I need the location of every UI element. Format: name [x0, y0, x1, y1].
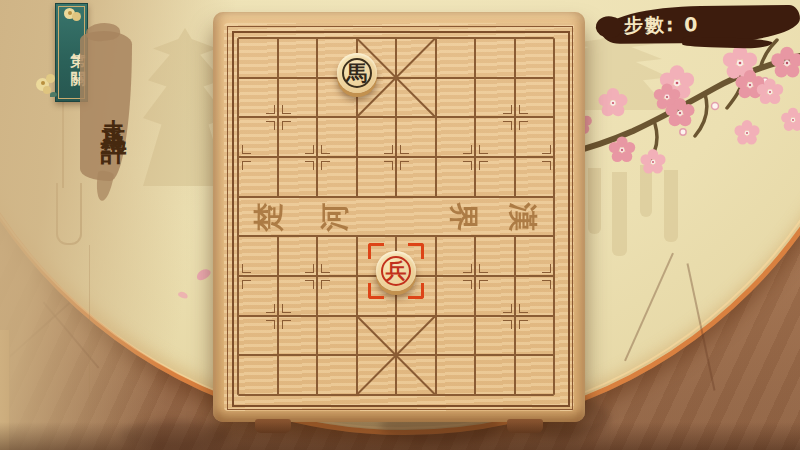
grid-line	[237, 38, 239, 395]
point-marker	[503, 320, 512, 329]
selection-frame	[370, 245, 422, 297]
point-marker	[463, 161, 472, 170]
point-marker	[503, 121, 512, 130]
steps-label: 步數:	[624, 13, 676, 36]
river-text-he: 河	[315, 203, 355, 232]
point-marker	[242, 161, 251, 170]
point-marker	[282, 320, 291, 329]
grid-line	[514, 236, 516, 395]
pillar-edge	[0, 330, 10, 450]
grid-line	[277, 236, 279, 395]
river-text-chu: 楚	[249, 203, 289, 232]
point-marker	[242, 280, 251, 289]
point-marker	[266, 320, 275, 329]
point-marker	[305, 145, 314, 154]
point-marker	[321, 161, 330, 170]
point-marker	[384, 161, 393, 170]
point-marker	[384, 145, 393, 154]
point-marker	[321, 264, 330, 273]
grid-line	[356, 236, 358, 395]
point-marker	[463, 280, 472, 289]
point-marker	[519, 320, 528, 329]
steps-value: 0	[684, 13, 699, 35]
point-marker	[282, 105, 291, 114]
piece-glyph: 馬	[337, 53, 377, 93]
grid-line	[514, 38, 516, 197]
grid-line	[435, 236, 437, 395]
point-marker	[266, 105, 275, 114]
cherry-blossom-decoration	[555, 36, 800, 186]
point-marker	[519, 304, 528, 313]
puzzle-title-brushstroke: 走爲上計	[80, 31, 132, 181]
puzzle-title-text: 走爲上計	[80, 45, 132, 175]
board-foot	[255, 419, 291, 433]
point-marker	[519, 121, 528, 130]
point-marker	[542, 161, 551, 170]
point-marker	[282, 121, 291, 130]
point-marker	[321, 280, 330, 289]
point-marker	[519, 105, 528, 114]
point-marker	[242, 145, 251, 154]
line-art	[89, 245, 90, 405]
point-marker	[479, 264, 488, 273]
point-marker	[305, 280, 314, 289]
point-marker	[542, 145, 551, 154]
river-text-han: 漢	[502, 203, 542, 232]
tent-line	[2, 302, 70, 364]
grid-line	[553, 38, 555, 395]
black-horse[interactable]: 馬	[337, 53, 377, 93]
red-soldier[interactable]: 兵	[376, 251, 416, 291]
point-marker	[463, 264, 472, 273]
point-marker	[282, 304, 291, 313]
point-marker	[266, 121, 275, 130]
point-marker	[400, 145, 409, 154]
ribbon-capsule	[56, 183, 82, 245]
point-marker	[463, 145, 472, 154]
point-marker	[305, 264, 314, 273]
xiangqi-board[interactable]: 楚 河 界 漢 馬兵	[213, 12, 585, 422]
steps-counter-text: 步數: 0	[624, 6, 700, 44]
grid-line	[474, 236, 476, 395]
point-marker	[479, 161, 488, 170]
point-marker	[503, 304, 512, 313]
point-marker	[479, 280, 488, 289]
battle-silhouette	[120, 420, 230, 450]
point-marker	[400, 161, 409, 170]
point-marker	[542, 280, 551, 289]
point-marker	[305, 161, 314, 170]
board-grid[interactable]: 楚 河 界 漢 馬兵	[238, 38, 554, 395]
ribbon-line	[62, 100, 64, 188]
point-marker	[242, 264, 251, 273]
point-marker	[503, 105, 512, 114]
game-screen: 楚 河 界 漢 馬兵 第一關 走爲上計 步數: 0	[0, 0, 800, 450]
grid-line	[277, 38, 279, 197]
grid-line	[474, 38, 476, 197]
grid-line	[395, 38, 397, 197]
point-marker	[479, 145, 488, 154]
grid-line	[316, 236, 318, 395]
grid-line	[316, 38, 318, 197]
point-marker	[542, 264, 551, 273]
grid-line	[435, 38, 437, 197]
point-marker	[321, 145, 330, 154]
board-foot	[507, 419, 543, 433]
river-text-jie: 界	[443, 203, 483, 232]
point-marker	[266, 304, 275, 313]
